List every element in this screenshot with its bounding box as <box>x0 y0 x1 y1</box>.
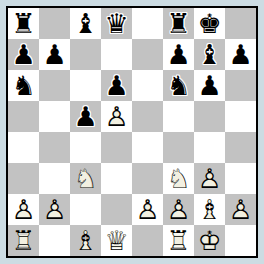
piece-black-pawn: ♟ <box>163 39 194 70</box>
square-f1[interactable]: ♜♖ <box>163 225 194 256</box>
square-c4[interactable] <box>70 132 101 163</box>
square-f5[interactable] <box>163 101 194 132</box>
white-piece-outline-layer: ♙ <box>163 194 194 225</box>
square-h7[interactable]: ♟ <box>225 39 256 70</box>
white-piece-outline-layer: ♘ <box>163 163 194 194</box>
square-g4[interactable] <box>194 132 225 163</box>
square-h6[interactable] <box>225 70 256 101</box>
white-piece-outline-layer: ♔ <box>194 225 225 256</box>
piece-white-rook: ♜♖ <box>163 225 194 256</box>
piece-white-pawn: ♟♙ <box>101 101 132 132</box>
piece-black-pawn: ♟ <box>225 39 256 70</box>
piece-white-pawn: ♟♙ <box>132 194 163 225</box>
square-e7[interactable] <box>132 39 163 70</box>
piece-black-pawn: ♟ <box>101 70 132 101</box>
piece-black-pawn: ♟ <box>70 101 101 132</box>
piece-white-pawn: ♟♙ <box>39 194 70 225</box>
square-g2[interactable]: ♝♗ <box>194 194 225 225</box>
square-e4[interactable] <box>132 132 163 163</box>
piece-black-bishop: ♝ <box>194 39 225 70</box>
square-c2[interactable] <box>70 194 101 225</box>
square-b8[interactable] <box>39 8 70 39</box>
piece-white-knight: ♞♘ <box>163 163 194 194</box>
piece-white-knight: ♞♘ <box>70 163 101 194</box>
piece-black-queen: ♛ <box>101 8 132 39</box>
white-piece-outline-layer: ♙ <box>8 194 39 225</box>
square-c7[interactable] <box>70 39 101 70</box>
square-b5[interactable] <box>39 101 70 132</box>
piece-white-bishop: ♝♗ <box>70 225 101 256</box>
white-piece-outline-layer: ♙ <box>132 194 163 225</box>
piece-black-bishop: ♝ <box>70 8 101 39</box>
square-e3[interactable] <box>132 163 163 194</box>
square-b1[interactable] <box>39 225 70 256</box>
square-a4[interactable] <box>8 132 39 163</box>
piece-black-pawn: ♟ <box>194 70 225 101</box>
square-e8[interactable] <box>132 8 163 39</box>
square-h4[interactable] <box>225 132 256 163</box>
square-c8[interactable]: ♝ <box>70 8 101 39</box>
square-a8[interactable]: ♜ <box>8 8 39 39</box>
piece-black-king: ♚ <box>194 8 225 39</box>
square-f8[interactable]: ♜ <box>163 8 194 39</box>
white-piece-outline-layer: ♘ <box>70 163 101 194</box>
square-c3[interactable]: ♞♘ <box>70 163 101 194</box>
white-piece-outline-layer: ♗ <box>194 194 225 225</box>
piece-black-rook: ♜ <box>163 8 194 39</box>
square-e5[interactable] <box>132 101 163 132</box>
piece-white-pawn: ♟♙ <box>8 194 39 225</box>
square-h3[interactable] <box>225 163 256 194</box>
square-f2[interactable]: ♟♙ <box>163 194 194 225</box>
square-c5[interactable]: ♟ <box>70 101 101 132</box>
square-a7[interactable]: ♟ <box>8 39 39 70</box>
square-a6[interactable]: ♞ <box>8 70 39 101</box>
square-d1[interactable]: ♛♕ <box>101 225 132 256</box>
square-f3[interactable]: ♞♘ <box>163 163 194 194</box>
square-f6[interactable]: ♞ <box>163 70 194 101</box>
piece-white-bishop: ♝♗ <box>194 194 225 225</box>
square-a3[interactable] <box>8 163 39 194</box>
piece-white-pawn: ♟♙ <box>225 194 256 225</box>
square-a5[interactable] <box>8 101 39 132</box>
square-c6[interactable] <box>70 70 101 101</box>
square-d8[interactable]: ♛ <box>101 8 132 39</box>
white-piece-outline-layer: ♖ <box>8 225 39 256</box>
piece-white-king: ♚♔ <box>194 225 225 256</box>
white-piece-outline-layer: ♙ <box>39 194 70 225</box>
chess-diagram: ♜♝♛♜♚♟♟♟♝♟♞♟♞♟♟♟♙♞♘♞♘♟♙♟♙♟♙♟♙♟♙♝♗♟♙♜♖♝♗♛… <box>0 0 264 264</box>
square-d3[interactable] <box>101 163 132 194</box>
square-g6[interactable]: ♟ <box>194 70 225 101</box>
square-a1[interactable]: ♜♖ <box>8 225 39 256</box>
square-e1[interactable] <box>132 225 163 256</box>
square-b4[interactable] <box>39 132 70 163</box>
square-h8[interactable] <box>225 8 256 39</box>
square-h2[interactable]: ♟♙ <box>225 194 256 225</box>
white-piece-outline-layer: ♗ <box>70 225 101 256</box>
square-a2[interactable]: ♟♙ <box>8 194 39 225</box>
white-piece-outline-layer: ♖ <box>163 225 194 256</box>
chess-board: ♜♝♛♜♚♟♟♟♝♟♞♟♞♟♟♟♙♞♘♞♘♟♙♟♙♟♙♟♙♟♙♝♗♟♙♜♖♝♗♛… <box>8 8 256 256</box>
square-g3[interactable]: ♟♙ <box>194 163 225 194</box>
square-d2[interactable] <box>101 194 132 225</box>
square-b2[interactable]: ♟♙ <box>39 194 70 225</box>
board-frame: ♜♝♛♜♚♟♟♟♝♟♞♟♞♟♟♟♙♞♘♞♘♟♙♟♙♟♙♟♙♟♙♝♗♟♙♜♖♝♗♛… <box>6 6 258 258</box>
piece-black-rook: ♜ <box>8 8 39 39</box>
white-piece-outline-layer: ♕ <box>101 225 132 256</box>
square-f4[interactable] <box>163 132 194 163</box>
white-piece-outline-layer: ♙ <box>194 163 225 194</box>
piece-white-rook: ♜♖ <box>8 225 39 256</box>
white-piece-outline-layer: ♙ <box>225 194 256 225</box>
square-d5[interactable]: ♟♙ <box>101 101 132 132</box>
piece-white-pawn: ♟♙ <box>194 163 225 194</box>
square-e2[interactable]: ♟♙ <box>132 194 163 225</box>
square-g8[interactable]: ♚ <box>194 8 225 39</box>
white-piece-outline-layer: ♙ <box>101 101 132 132</box>
piece-black-pawn: ♟ <box>39 39 70 70</box>
square-h5[interactable] <box>225 101 256 132</box>
square-d6[interactable]: ♟ <box>101 70 132 101</box>
square-e6[interactable] <box>132 70 163 101</box>
square-b6[interactable] <box>39 70 70 101</box>
square-g7[interactable]: ♝ <box>194 39 225 70</box>
square-b3[interactable] <box>39 163 70 194</box>
square-g1[interactable]: ♚♔ <box>194 225 225 256</box>
square-g5[interactable] <box>194 101 225 132</box>
square-f7[interactable]: ♟ <box>163 39 194 70</box>
square-c1[interactable]: ♝♗ <box>70 225 101 256</box>
piece-black-knight: ♞ <box>163 70 194 101</box>
piece-white-queen: ♛♕ <box>101 225 132 256</box>
square-h1[interactable] <box>225 225 256 256</box>
piece-black-pawn: ♟ <box>8 39 39 70</box>
piece-black-knight: ♞ <box>8 70 39 101</box>
piece-white-pawn: ♟♙ <box>163 194 194 225</box>
square-d7[interactable] <box>101 39 132 70</box>
square-b7[interactable]: ♟ <box>39 39 70 70</box>
square-d4[interactable] <box>101 132 132 163</box>
